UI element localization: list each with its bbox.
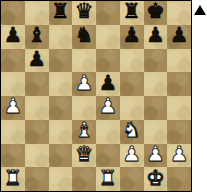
square-a1[interactable]: ♜ [1,167,25,191]
black-pawn-piece: ♟ [122,25,141,46]
chess-board: ♜♛♜♚♟♝♞♟♟♟♟♟♟♟♟♝♞♛♟♟♟♜♜♚ [0,0,192,192]
square-e4[interactable]: ♟ [96,96,120,120]
black-pawn-piece: ♟ [98,73,117,94]
square-e7[interactable] [96,25,120,49]
black-knight-piece: ♞ [75,25,94,46]
white-pawn-piece: ♟ [98,96,117,117]
square-h8[interactable] [167,1,191,25]
square-g2[interactable]: ♟ [144,144,168,168]
white-pawn-piece: ♟ [3,96,22,117]
square-b6[interactable]: ♟ [25,49,49,73]
square-h7[interactable]: ♟ [167,25,191,49]
black-bishop-piece: ♝ [27,25,46,46]
square-a7[interactable]: ♟ [1,25,25,49]
square-b7[interactable]: ♝ [25,25,49,49]
square-g3[interactable] [144,120,168,144]
square-c8[interactable]: ♜ [49,1,73,25]
square-g4[interactable] [144,96,168,120]
white-pawn-piece: ♟ [75,73,94,94]
square-a3[interactable] [1,120,25,144]
square-c1[interactable] [49,167,73,191]
square-f1[interactable] [120,167,144,191]
square-e6[interactable] [96,49,120,73]
square-c7[interactable] [49,25,73,49]
square-h2[interactable]: ♟ [167,144,191,168]
square-a4[interactable]: ♟ [1,96,25,120]
black-to-move-triangle-icon [194,5,206,15]
square-f2[interactable]: ♟ [120,144,144,168]
square-f6[interactable] [120,49,144,73]
black-queen-piece: ♛ [75,1,94,22]
square-d4[interactable] [72,96,96,120]
square-d8[interactable]: ♛ [72,1,96,25]
square-h3[interactable] [167,120,191,144]
square-d2[interactable]: ♛ [72,144,96,168]
square-g6[interactable] [144,49,168,73]
side-to-move-strip [192,0,207,192]
square-c3[interactable] [49,120,73,144]
square-f4[interactable] [120,96,144,120]
square-b1[interactable] [25,167,49,191]
square-a6[interactable] [1,49,25,73]
square-e3[interactable] [96,120,120,144]
white-knight-piece: ♞ [122,120,141,141]
square-f5[interactable] [120,72,144,96]
white-queen-piece: ♛ [75,144,94,165]
square-c5[interactable] [49,72,73,96]
square-g8[interactable]: ♚ [144,1,168,25]
square-d7[interactable]: ♞ [72,25,96,49]
white-pawn-piece: ♟ [146,144,165,165]
white-rook-piece: ♜ [3,168,22,189]
square-b5[interactable] [25,72,49,96]
square-a5[interactable] [1,72,25,96]
white-pawn-piece: ♟ [170,144,189,165]
white-bishop-piece: ♝ [75,120,94,141]
black-pawn-piece: ♟ [27,49,46,70]
square-h4[interactable] [167,96,191,120]
square-c4[interactable] [49,96,73,120]
square-e1[interactable]: ♜ [96,167,120,191]
square-h6[interactable] [167,49,191,73]
square-g7[interactable]: ♟ [144,25,168,49]
square-e8[interactable] [96,1,120,25]
chess-diagram: ♜♛♜♚♟♝♞♟♟♟♟♟♟♟♟♝♞♛♟♟♟♜♜♚ [0,0,207,192]
square-c6[interactable] [49,49,73,73]
square-a2[interactable] [1,144,25,168]
black-pawn-piece: ♟ [170,25,189,46]
black-rook-piece: ♜ [51,1,70,22]
white-king-piece: ♚ [146,168,165,189]
square-a8[interactable] [1,1,25,25]
white-pawn-piece: ♟ [122,144,141,165]
black-king-piece: ♚ [146,1,165,22]
white-rook-piece: ♜ [98,168,117,189]
square-b8[interactable] [25,1,49,25]
square-e2[interactable] [96,144,120,168]
square-b2[interactable] [25,144,49,168]
square-d3[interactable]: ♝ [72,120,96,144]
square-c2[interactable] [49,144,73,168]
square-f8[interactable]: ♜ [120,1,144,25]
square-d6[interactable] [72,49,96,73]
square-f7[interactable]: ♟ [120,25,144,49]
square-b4[interactable] [25,96,49,120]
square-g1[interactable]: ♚ [144,167,168,191]
black-rook-piece: ♜ [122,1,141,22]
black-pawn-piece: ♟ [3,25,22,46]
square-g5[interactable] [144,72,168,96]
square-h5[interactable] [167,72,191,96]
square-h1[interactable] [167,167,191,191]
square-d1[interactable] [72,167,96,191]
black-pawn-piece: ♟ [146,25,165,46]
square-f3[interactable]: ♞ [120,120,144,144]
square-d5[interactable]: ♟ [72,72,96,96]
square-e5[interactable]: ♟ [96,72,120,96]
square-b3[interactable] [25,120,49,144]
